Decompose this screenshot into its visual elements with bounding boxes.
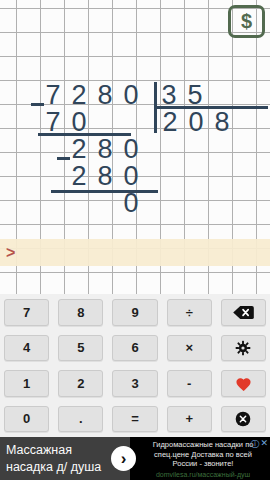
keypad: 789÷456×123-0.=+ — [0, 294, 270, 437]
settings-icon — [235, 340, 251, 356]
money-icon[interactable]: $ — [228, 5, 265, 38]
key-minus[interactable]: - — [167, 370, 212, 397]
divisor-underline — [154, 106, 268, 109]
ad-text-line2: спец.цене Доставка по всей — [154, 450, 252, 460]
expression-input-row[interactable]: > — [0, 239, 270, 266]
key-equals[interactable]: = — [112, 406, 157, 433]
input-prompt: > — [6, 245, 15, 261]
key-1[interactable]: 1 — [4, 370, 49, 397]
key-heart[interactable] — [221, 370, 266, 397]
worksheet-digit: 0 — [123, 136, 138, 163]
key-5[interactable]: 5 — [58, 335, 103, 362]
worksheet-digit: 8 — [97, 82, 112, 109]
subtract-line-2 — [51, 190, 158, 193]
subtract-line-1 — [38, 133, 131, 136]
key-decimal[interactable]: . — [58, 406, 103, 433]
key-backspace[interactable] — [221, 299, 266, 326]
key-plus[interactable]: + — [167, 406, 212, 433]
graph-paper: $ 728035702082802800 > — [0, 0, 270, 294]
worksheet-digit: 0 — [71, 109, 86, 136]
worksheet-digit: 8 — [214, 109, 229, 136]
backspace-icon — [232, 305, 255, 320]
worksheet-digit: 7 — [45, 109, 60, 136]
key-8[interactable]: 8 — [58, 299, 103, 326]
chevron-right-icon: › — [121, 450, 127, 467]
key-2[interactable]: 2 — [58, 370, 103, 397]
key-multiply[interactable]: × — [167, 335, 212, 362]
worksheet-digit: 2 — [71, 163, 86, 190]
ad-url: domvilesa.ru/массажный-душ — [156, 470, 250, 479]
key-0[interactable]: 0 — [4, 406, 49, 433]
worksheet-digit: 8 — [97, 163, 112, 190]
close-icon — [235, 411, 251, 427]
ad-text-line3: России - звоните! — [173, 459, 234, 469]
adchoices-close-icon[interactable]: ✕ — [260, 438, 268, 451]
worksheet-digit: 0 — [123, 82, 138, 109]
app-screen: $ 728035702082802800 > 789÷456×123-0.=+ … — [0, 0, 270, 480]
key-9[interactable]: 9 — [112, 299, 157, 326]
heart-icon — [235, 376, 252, 391]
worksheet-digit: 0 — [123, 190, 138, 217]
key-divide[interactable]: ÷ — [167, 299, 212, 326]
minus-sign-1 — [31, 103, 44, 106]
key-3[interactable]: 3 — [112, 370, 157, 397]
worksheet-digit: 0 — [188, 109, 203, 136]
minus-sign-2 — [57, 157, 70, 160]
key-7[interactable]: 7 — [4, 299, 49, 326]
key-4[interactable]: 4 — [4, 335, 49, 362]
key-close[interactable] — [221, 406, 266, 433]
adchoices-controls: ⓘ ✕ — [250, 438, 268, 451]
worksheet-digit: 7 — [45, 82, 60, 109]
worksheet-digit: 3 — [161, 82, 176, 109]
worksheet-digit: 2 — [162, 109, 177, 136]
worksheet-digit: 8 — [97, 136, 112, 163]
ad-banner[interactable]: Массажная насадка д/ душа › Гидромассажн… — [0, 437, 270, 480]
worksheet-digit: 5 — [187, 82, 202, 109]
ad-body[interactable]: Гидромассажные насадки по спец.цене Дост… — [130, 437, 270, 480]
key-settings[interactable] — [221, 335, 266, 362]
ad-text-line1: Гидромассажные насадки по — [153, 440, 254, 450]
key-6[interactable]: 6 — [112, 335, 157, 362]
worksheet-digit: 2 — [71, 136, 86, 163]
worksheet-digit: 2 — [71, 82, 86, 109]
adchoices-info-icon[interactable]: ⓘ — [250, 438, 259, 451]
worksheet-digit: 0 — [123, 163, 138, 190]
